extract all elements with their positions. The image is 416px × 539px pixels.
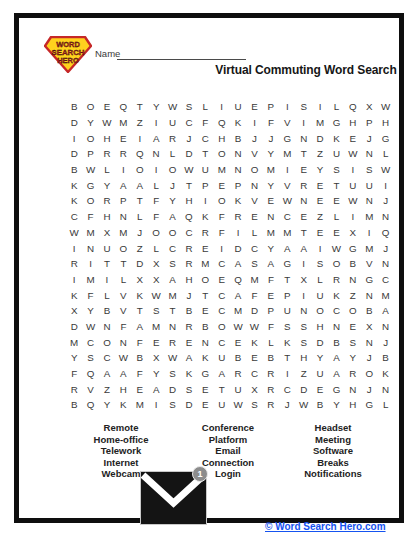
grid-cell-r15c15: S	[295, 319, 311, 335]
grid-cell-r9c12: L	[246, 225, 262, 241]
grid-cell-r19c9: E	[197, 381, 213, 397]
grid-cell-r15c17: N	[328, 319, 344, 335]
grid-cell-r4c17: U	[328, 146, 344, 162]
grid-cell-r16c13: L	[263, 334, 279, 350]
grid-cell-r8c13: N	[263, 209, 279, 225]
grid-cell-r14c2: Y	[82, 303, 98, 319]
grid-cell-r15c10: O	[214, 319, 230, 335]
grid-cell-r4c5: Q	[132, 146, 148, 162]
grid-cell-r4c16: Z	[312, 146, 328, 162]
grid-cell-r8c20: N	[377, 209, 393, 225]
grid-cell-r11c17: O	[328, 256, 344, 272]
grid-cell-r16c7: R	[164, 334, 180, 350]
grid-cell-r4c8: D	[181, 146, 197, 162]
grid-cell-r12c6: X	[148, 272, 164, 288]
grid-cell-r9c2: M	[82, 225, 98, 241]
grid-cell-r14c3: B	[99, 303, 115, 319]
grid-cell-r18c3: A	[99, 366, 115, 382]
grid-cell-r9c16: E	[312, 225, 328, 241]
grid-cell-r17c8: A	[181, 350, 197, 366]
grid-cell-r16c3: O	[99, 334, 115, 350]
grid-cell-r9c9: R	[197, 225, 213, 241]
grid-cell-r16c14: K	[279, 334, 295, 350]
grid-cell-r9c3: X	[99, 225, 115, 241]
grid-cell-r20c10: U	[214, 397, 230, 413]
word-list-item: Software	[273, 445, 393, 457]
grid-cell-r2c5: Z	[132, 115, 148, 131]
grid-cell-r15c18: E	[345, 319, 361, 335]
grid-cell-r5c10: M	[214, 162, 230, 178]
grid-cell-r2c10: Q	[214, 115, 230, 131]
grid-cell-r4c11: N	[230, 146, 246, 162]
grid-cell-r13c20: M	[377, 287, 393, 303]
grid-cell-r4c12: V	[246, 146, 262, 162]
grid-cell-r3c12: J	[246, 130, 262, 146]
grid-cell-r3c10: H	[214, 130, 230, 146]
grid-cell-r2c19: P	[361, 115, 377, 131]
puzzle-title: Virtual Commuting Word Search	[212, 63, 400, 77]
grid-cell-r20c6: I	[148, 397, 164, 413]
grid-cell-r8c3: H	[99, 209, 115, 225]
grid-cell-r8c19: M	[361, 209, 377, 225]
grid-cell-r5c15: E	[295, 162, 311, 178]
grid-cell-r18c1: F	[66, 366, 82, 382]
grid-cell-r20c2: Q	[82, 397, 98, 413]
grid-cell-r11c14: G	[279, 256, 295, 272]
grid-cell-r4c10: O	[214, 146, 230, 162]
grid-cell-r10c16: I	[312, 240, 328, 256]
grid-cell-r20c1: B	[66, 397, 82, 413]
grid-cell-r15c20: N	[377, 319, 393, 335]
grid-cell-r2c17: G	[328, 115, 344, 131]
grid-cell-r1c16: I	[312, 99, 328, 115]
grid-cell-r14c12: D	[246, 303, 262, 319]
grid-cell-r4c4: R	[115, 146, 131, 162]
grid-cell-r4c14: M	[279, 146, 295, 162]
grid-cell-r10c14: A	[279, 240, 295, 256]
word-list-item: Notifications	[273, 468, 393, 480]
grid-cell-r8c9: K	[197, 209, 213, 225]
grid-cell-r8c12: E	[246, 209, 262, 225]
grid-cell-r10c4: O	[115, 240, 131, 256]
grid-cell-r7c11: K	[230, 193, 246, 209]
grid-cell-r4c19: N	[361, 146, 377, 162]
grid-cell-r10c3: U	[99, 240, 115, 256]
grid-cell-r3c17: K	[328, 130, 344, 146]
grid-cell-r12c20: C	[377, 272, 393, 288]
grid-cell-r1c9: L	[197, 99, 213, 115]
grid-cell-r10c20: J	[377, 240, 393, 256]
grid-cell-r17c16: Y	[312, 350, 328, 366]
grid-cell-r10c18: G	[345, 240, 361, 256]
grid-cell-r20c13: R	[263, 397, 279, 413]
grid-cell-r18c7: S	[164, 366, 180, 382]
grid-cell-r18c16: U	[312, 366, 328, 382]
grid-cell-r7c6: F	[148, 193, 164, 209]
grid-cell-r19c2: V	[82, 381, 98, 397]
grid-cell-r1c19: X	[361, 99, 377, 115]
hero-shield-icon: WORD SEARCH HERO	[44, 36, 92, 73]
grid-cell-r15c11: W	[230, 319, 246, 335]
grid-cell-r18c13: R	[263, 366, 279, 382]
grid-cell-r10c19: M	[361, 240, 377, 256]
grid-cell-r19c20: N	[377, 381, 393, 397]
grid-cell-r5c13: M	[263, 162, 279, 178]
grid-cell-r12c14: T	[279, 272, 295, 288]
grid-cell-r11c19: V	[361, 256, 377, 272]
grid-cell-r2c11: K	[230, 115, 246, 131]
grid-cell-r15c5: A	[132, 319, 148, 335]
grid-cell-r19c14: C	[279, 381, 295, 397]
grid-cell-r16c12: K	[246, 334, 262, 350]
grid-cell-r8c17: L	[328, 209, 344, 225]
grid-cell-r12c9: O	[197, 272, 213, 288]
grid-cell-r12c15: X	[295, 272, 311, 288]
grid-cell-r16c2: C	[82, 334, 98, 350]
grid-cell-r1c14: I	[279, 99, 295, 115]
grid-cell-r19c17: G	[328, 381, 344, 397]
grid-cell-r7c19: N	[361, 193, 377, 209]
grid-cell-r8c14: C	[279, 209, 295, 225]
grid-cell-r10c7: C	[164, 240, 180, 256]
grid-cell-r20c4: K	[115, 397, 131, 413]
grid-cell-r7c7: Y	[164, 193, 180, 209]
grid-cell-r16c19: N	[361, 334, 377, 350]
grid-cell-r19c7: D	[164, 381, 180, 397]
grid-cell-r1c13: P	[263, 99, 279, 115]
grid-cell-r19c11: U	[230, 381, 246, 397]
grid-cell-r1c11: U	[230, 99, 246, 115]
grid-cell-r7c9: I	[197, 193, 213, 209]
grid-cell-r1c7: W	[164, 99, 180, 115]
grid-cell-r18c11: R	[230, 366, 246, 382]
grid-cell-r11c18: B	[345, 256, 361, 272]
notification-badge: 1	[192, 466, 208, 482]
grid-cell-r15c1: D	[66, 319, 82, 335]
grid-cell-r11c8: R	[181, 256, 197, 272]
grid-cell-r15c3: N	[99, 319, 115, 335]
grid-cell-r3c3: H	[99, 130, 115, 146]
grid-cell-r2c16: M	[312, 115, 328, 131]
grid-cell-r1c10: I	[214, 99, 230, 115]
grid-cell-r14c4: V	[115, 303, 131, 319]
grid-cell-r17c12: E	[246, 350, 262, 366]
grid-cell-r17c9: K	[197, 350, 213, 366]
grid-cell-r2c6: I	[148, 115, 164, 131]
grid-cell-r5c19: S	[361, 162, 377, 178]
grid-cell-r6c20: I	[377, 177, 393, 193]
grid-cell-r1c1: B	[66, 99, 82, 115]
grid-cell-r4c2: P	[82, 146, 98, 162]
grid-cell-r17c10: U	[214, 350, 230, 366]
grid-cell-r13c18: Z	[345, 287, 361, 303]
grid-cell-r19c5: E	[132, 381, 148, 397]
grid-cell-r12c8: H	[181, 272, 197, 288]
grid-cell-r2c20: H	[377, 115, 393, 131]
grid-cell-r20c5: M	[132, 397, 148, 413]
grid-cell-r6c1: K	[66, 177, 82, 193]
grid-cell-r13c17: K	[328, 287, 344, 303]
grid-cell-r17c2: S	[82, 350, 98, 366]
grid-cell-r14c20: A	[377, 303, 393, 319]
grid-cell-r20c16: B	[312, 397, 328, 413]
grid-cell-r19c16: E	[312, 381, 328, 397]
grid-cell-r5c17: S	[328, 162, 344, 178]
grid-cell-r18c9: G	[197, 366, 213, 382]
grid-cell-r18c17: A	[328, 366, 344, 382]
word-list-item: Breaks	[273, 457, 393, 469]
grid-cell-r11c4: T	[115, 256, 131, 272]
word-list-item: Headset	[273, 422, 393, 434]
grid-cell-r20c8: D	[181, 397, 197, 413]
grid-cell-r19c12: X	[246, 381, 262, 397]
grid-cell-r16c9: N	[197, 334, 213, 350]
grid-cell-r17c5: B	[132, 350, 148, 366]
grid-cell-r5c5: O	[132, 162, 148, 178]
grid-cell-r9c11: I	[230, 225, 246, 241]
word-list-item: Platform	[168, 434, 288, 446]
grid-cell-r11c1: R	[66, 256, 82, 272]
grid-cell-r18c15: Z	[295, 366, 311, 382]
grid-cell-r9c17: E	[328, 225, 344, 241]
grid-cell-r18c10: A	[214, 366, 230, 382]
grid-cell-r7c14: W	[279, 193, 295, 209]
grid-cell-r1c18: Q	[345, 99, 361, 115]
grid-cell-r14c10: C	[214, 303, 230, 319]
grid-cell-r3c5: I	[132, 130, 148, 146]
grid-cell-r3c11: B	[230, 130, 246, 146]
grid-cell-r1c8: S	[181, 99, 197, 115]
grid-cell-r13c3: L	[99, 287, 115, 303]
grid-cell-r6c13: Y	[263, 177, 279, 193]
grid-cell-r5c14: I	[279, 162, 295, 178]
grid-cell-r10c5: Z	[132, 240, 148, 256]
grid-cell-r3c15: N	[295, 130, 311, 146]
grid-cell-r6c12: N	[246, 177, 262, 193]
grid-cell-r12c18: N	[345, 272, 361, 288]
grid-cell-r6c7: J	[164, 177, 180, 193]
grid-cell-r10c9: E	[197, 240, 213, 256]
grid-cell-r20c19: G	[361, 397, 377, 413]
grid-cell-r14c19: B	[361, 303, 377, 319]
grid-cell-r20c11: W	[230, 397, 246, 413]
grid-cell-r17c7: W	[164, 350, 180, 366]
grid-cell-r17c6: X	[148, 350, 164, 366]
grid-cell-r13c11: A	[230, 287, 246, 303]
grid-cell-r8c18: I	[345, 209, 361, 225]
grid-cell-r17c3: C	[99, 350, 115, 366]
grid-cell-r17c18: Y	[345, 350, 361, 366]
svg-text:HERO: HERO	[57, 56, 79, 65]
grid-cell-r16c5: F	[132, 334, 148, 350]
grid-cell-r5c1: B	[66, 162, 82, 178]
grid-cell-r9c6: O	[148, 225, 164, 241]
grid-cell-r14c17: C	[328, 303, 344, 319]
worksheet-frame: WORD SEARCH HERO Name Virtual Commuting …	[14, 13, 404, 523]
grid-cell-r3c1: I	[66, 130, 82, 146]
word-list-item: Email	[168, 445, 288, 457]
grid-cell-r4c7: L	[164, 146, 180, 162]
grid-cell-r12c11: Q	[230, 272, 246, 288]
grid-cell-r6c16: E	[312, 177, 328, 193]
grid-cell-r11c20: N	[377, 256, 393, 272]
grid-cell-r15c12: W	[246, 319, 262, 335]
grid-cell-r13c15: I	[295, 287, 311, 303]
grid-cell-r19c13: R	[263, 381, 279, 397]
grid-cell-r18c18: R	[345, 366, 361, 382]
grid-cell-r14c7: T	[164, 303, 180, 319]
grid-cell-r8c6: F	[148, 209, 164, 225]
grid-cell-r14c14: U	[279, 303, 295, 319]
grid-cell-r20c18: H	[345, 397, 361, 413]
grid-cell-r3c14: G	[279, 130, 295, 146]
grid-cell-r8c8: Q	[181, 209, 197, 225]
grid-cell-r13c4: V	[115, 287, 131, 303]
word-list-item: Conference	[168, 422, 288, 434]
grid-cell-r3c13: J	[263, 130, 279, 146]
grid-cell-r16c16: D	[312, 334, 328, 350]
grid-cell-r9c7: O	[164, 225, 180, 241]
grid-cell-r15c16: H	[312, 319, 328, 335]
grid-cell-r7c18: W	[345, 193, 361, 209]
grid-cell-r7c12: V	[246, 193, 262, 209]
grid-cell-r1c17: L	[328, 99, 344, 115]
grid-cell-r1c2: O	[82, 99, 98, 115]
grid-cell-r19c18: N	[345, 381, 361, 397]
grid-cell-r9c1: W	[66, 225, 82, 241]
word-list-item: Telework	[61, 445, 181, 457]
grid-cell-r3c7: R	[164, 130, 180, 146]
grid-cell-r5c4: I	[115, 162, 131, 178]
grid-cell-r17c19: J	[361, 350, 377, 366]
grid-cell-r3c6: A	[148, 130, 164, 146]
grid-cell-r16c4: N	[115, 334, 131, 350]
grid-cell-r11c13: A	[263, 256, 279, 272]
footer-credit-link[interactable]: © Word Search Hero.com	[265, 521, 386, 532]
grid-cell-r10c17: W	[328, 240, 344, 256]
name-blank-line	[117, 50, 246, 60]
grid-cell-r15c6: M	[148, 319, 164, 335]
grid-cell-r16c10: C	[214, 334, 230, 350]
grid-cell-r7c5: T	[132, 193, 148, 209]
grid-cell-r3c8: J	[181, 130, 197, 146]
grid-cell-r6c18: U	[345, 177, 361, 193]
worksheet-page: WORD SEARCH HERO Name Virtual Commuting …	[0, 0, 416, 539]
grid-cell-r19c8: S	[181, 381, 197, 397]
grid-cell-r9c4: M	[115, 225, 131, 241]
grid-cell-r2c1: D	[66, 115, 82, 131]
grid-cell-r13c14: P	[279, 287, 295, 303]
grid-cell-r11c11: A	[230, 256, 246, 272]
grid-cell-r1c6: Y	[148, 99, 164, 115]
grid-cell-r2c12: I	[246, 115, 262, 131]
grid-cell-r15c8: R	[181, 319, 197, 335]
grid-cell-r12c1: I	[66, 272, 82, 288]
grid-cell-r18c6: Y	[148, 366, 164, 382]
grid-cell-r8c4: N	[115, 209, 131, 225]
grid-cell-r4c1: D	[66, 146, 82, 162]
grid-cell-r12c5: X	[132, 272, 148, 288]
grid-cell-r19c15: D	[295, 381, 311, 397]
grid-cell-r10c15: A	[295, 240, 311, 256]
grid-cell-r5c20: W	[377, 162, 393, 178]
grid-cell-r18c14: I	[279, 366, 295, 382]
grid-cell-r4c13: Y	[263, 146, 279, 162]
grid-cell-r5c7: O	[164, 162, 180, 178]
grid-cell-r8c11: R	[230, 209, 246, 225]
grid-cell-r10c11: D	[230, 240, 246, 256]
grid-cell-r19c4: H	[115, 381, 131, 397]
grid-cell-r11c12: S	[246, 256, 262, 272]
grid-cell-r14c13: P	[263, 303, 279, 319]
grid-cell-r16c6: E	[148, 334, 164, 350]
grid-cell-r9c10: F	[214, 225, 230, 241]
grid-cell-r19c6: A	[148, 381, 164, 397]
grid-cell-r12c4: L	[115, 272, 131, 288]
grid-cell-r17c15: H	[295, 350, 311, 366]
grid-cell-r2c3: W	[99, 115, 115, 131]
word-list-item: Connection	[168, 457, 288, 469]
grid-cell-r5c8: W	[181, 162, 197, 178]
grid-cell-r16c8: E	[181, 334, 197, 350]
grid-cell-r6c10: E	[214, 177, 230, 193]
grid-cell-r10c6: L	[148, 240, 164, 256]
grid-cell-r11c3: T	[99, 256, 115, 272]
grid-cell-r16c11: E	[230, 334, 246, 350]
grid-cell-r10c13: Y	[263, 240, 279, 256]
grid-cell-r9c14: M	[279, 225, 295, 241]
grid-cell-r20c9: E	[197, 397, 213, 413]
grid-cell-r1c20: W	[377, 99, 393, 115]
grid-cell-r3c4: E	[115, 130, 131, 146]
grid-cell-r5c2: W	[82, 162, 98, 178]
grid-cell-r20c17: Y	[328, 397, 344, 413]
grid-cell-r10c12: C	[246, 240, 262, 256]
grid-cell-r20c12: S	[246, 397, 262, 413]
grid-cell-r8c7: A	[164, 209, 180, 225]
grid-cell-r20c3: Y	[99, 397, 115, 413]
grid-cell-r8c2: F	[82, 209, 98, 225]
grid-cell-r9c19: I	[361, 225, 377, 241]
grid-cell-r16c1: M	[66, 334, 82, 350]
grid-cell-r13c12: F	[246, 287, 262, 303]
grid-cell-r15c14: S	[279, 319, 295, 335]
grid-cell-r13c7: M	[164, 287, 180, 303]
grid-cell-r7c20: J	[377, 193, 393, 209]
grid-cell-r6c6: L	[148, 177, 164, 193]
grid-cell-r15c7: N	[164, 319, 180, 335]
grid-cell-r2c14: V	[279, 115, 295, 131]
grid-cell-r17c1: Y	[66, 350, 82, 366]
grid-cell-r6c11: P	[230, 177, 246, 193]
grid-cell-r2c7: U	[164, 115, 180, 131]
grid-cell-r7c13: E	[263, 193, 279, 209]
grid-cell-r11c10: C	[214, 256, 230, 272]
grid-cell-r7c3: R	[99, 193, 115, 209]
grid-cell-r8c10: F	[214, 209, 230, 225]
grid-cell-r6c15: R	[295, 177, 311, 193]
grid-cell-r20c7: S	[164, 397, 180, 413]
grid-cell-r9c8: C	[181, 225, 197, 241]
grid-cell-r7c15: N	[295, 193, 311, 209]
grid-cell-r11c2: I	[82, 256, 98, 272]
grid-cell-r18c19: O	[361, 366, 377, 382]
grid-cell-r8c15: E	[295, 209, 311, 225]
grid-cell-r5c3: L	[99, 162, 115, 178]
grid-cell-r16c20: J	[377, 334, 393, 350]
grid-cell-r18c2: Q	[82, 366, 98, 382]
grid-cell-r8c16: Z	[312, 209, 328, 225]
